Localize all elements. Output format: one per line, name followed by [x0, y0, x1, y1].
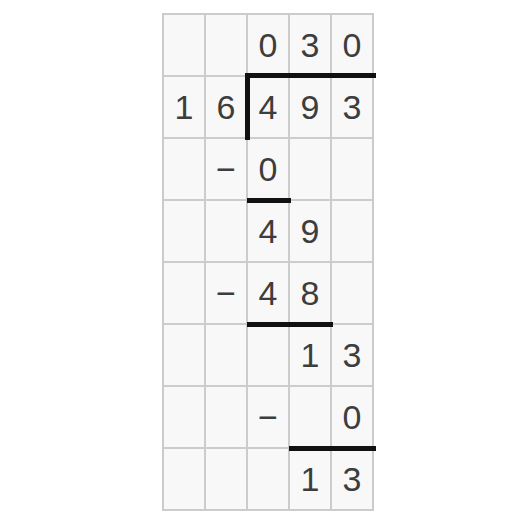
cell-r6c2: − [247, 386, 289, 448]
cell-r0c4: 0 [331, 14, 373, 76]
cell-r1c3: 9 [289, 76, 331, 138]
cell-r6c0 [163, 386, 205, 448]
cell-r4c2: 4 [247, 262, 289, 324]
cell-r6c4: 0 [331, 386, 373, 448]
cell-r5c2 [247, 324, 289, 386]
cell-r0c2: 0 [247, 14, 289, 76]
long-division-worksheet: 0 3 0 1 6 4 9 3 − 0 4 9 − 4 8 [0, 0, 532, 532]
cell-r1c4: 3 [331, 76, 373, 138]
cell-r2c4 [331, 138, 373, 200]
cell-r3c4 [331, 200, 373, 262]
cell-r1c1: 6 [205, 76, 247, 138]
subtraction-line-1 [247, 198, 291, 203]
long-division-grid: 0 3 0 1 6 4 9 3 − 0 4 9 − 4 8 [162, 13, 374, 511]
division-bracket-bar [245, 73, 376, 78]
cell-r4c0 [163, 262, 205, 324]
cell-r5c0 [163, 324, 205, 386]
board: 0 3 0 1 6 4 9 3 − 0 4 9 − 4 8 [162, 13, 374, 511]
cell-r2c1: − [205, 138, 247, 200]
cell-r3c0 [163, 200, 205, 262]
cell-r5c3: 1 [289, 324, 331, 386]
cell-r0c0 [163, 14, 205, 76]
cell-r6c3 [289, 386, 331, 448]
division-bracket-vertical [245, 73, 250, 140]
cell-r1c2: 4 [247, 76, 289, 138]
cell-r0c3: 3 [289, 14, 331, 76]
cell-r7c3: 1 [289, 448, 331, 510]
cell-r3c3: 9 [289, 200, 331, 262]
cell-r2c2: 0 [247, 138, 289, 200]
cell-r4c4 [331, 262, 373, 324]
cell-r6c1 [205, 386, 247, 448]
cell-r3c1 [205, 200, 247, 262]
cell-r7c1 [205, 448, 247, 510]
cell-r3c2: 4 [247, 200, 289, 262]
cell-r7c4: 3 [331, 448, 373, 510]
subtraction-line-3 [289, 446, 376, 451]
subtraction-line-2 [247, 322, 333, 327]
cell-r2c0 [163, 138, 205, 200]
cell-r4c1: − [205, 262, 247, 324]
cell-r0c1 [205, 14, 247, 76]
cell-r7c2 [247, 448, 289, 510]
cell-r2c3 [289, 138, 331, 200]
cell-r1c0: 1 [163, 76, 205, 138]
cell-r5c1 [205, 324, 247, 386]
cell-r7c0 [163, 448, 205, 510]
cell-r4c3: 8 [289, 262, 331, 324]
cell-r5c4: 3 [331, 324, 373, 386]
